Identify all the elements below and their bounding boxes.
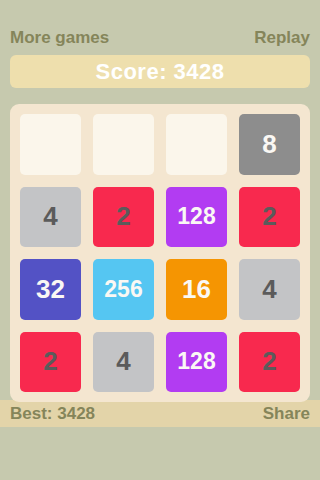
share-button[interactable]: Share xyxy=(263,404,310,424)
tile-r4c3: 128 xyxy=(166,332,227,393)
replay-button[interactable]: Replay xyxy=(254,28,310,48)
best-score-text: Best: 3428 xyxy=(10,404,95,424)
tile-r1c3 xyxy=(166,114,227,175)
tile-r2c2: 2 xyxy=(93,187,154,248)
tile-r2c1: 4 xyxy=(20,187,81,248)
tile-r4c1: 2 xyxy=(20,332,81,393)
tile-r1c1 xyxy=(20,114,81,175)
tile-r3c1: 32 xyxy=(20,259,81,320)
tile-r4c4: 2 xyxy=(239,332,300,393)
tile-r2c4: 2 xyxy=(239,187,300,248)
top-nav: More games Replay xyxy=(10,28,310,48)
tile-r1c2 xyxy=(93,114,154,175)
game-board[interactable]: 8 4 2 128 2 32 256 16 4 2 4 128 2 xyxy=(10,104,310,402)
score-banner: Score: 3428 xyxy=(10,55,310,88)
tile-r2c3: 128 xyxy=(166,187,227,248)
tile-r3c4: 4 xyxy=(239,259,300,320)
tile-r3c3: 16 xyxy=(166,259,227,320)
footer-bar: Best: 3428 Share xyxy=(0,400,320,427)
tile-r1c4: 8 xyxy=(239,114,300,175)
tile-r4c2: 4 xyxy=(93,332,154,393)
tile-r3c2: 256 xyxy=(93,259,154,320)
score-text: Score: 3428 xyxy=(95,59,224,85)
more-games-button[interactable]: More games xyxy=(10,28,109,48)
